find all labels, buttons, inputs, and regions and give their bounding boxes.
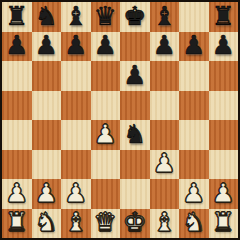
square-b7[interactable]: ♟: [32, 32, 62, 62]
square-f6[interactable]: [150, 61, 180, 91]
square-f3[interactable]: ♟: [150, 150, 180, 180]
square-g7[interactable]: ♟: [179, 32, 209, 62]
square-b2[interactable]: ♟: [32, 179, 62, 209]
chess-board: ♜♞♝♛♚♝♜♟♟♟♟♟♟♟♟♟♞♟♟♟♟♟♟♜♞♝♛♚♝♞♜: [0, 0, 240, 240]
white-knight-b1: ♞: [35, 209, 58, 235]
square-g1[interactable]: ♞: [179, 209, 209, 239]
square-g4[interactable]: [179, 120, 209, 150]
square-d2[interactable]: [91, 179, 121, 209]
square-e7[interactable]: [120, 32, 150, 62]
square-h2[interactable]: ♟: [209, 179, 239, 209]
square-b4[interactable]: [32, 120, 62, 150]
black-rook-h8: ♜: [212, 3, 235, 29]
square-a6[interactable]: [2, 61, 32, 91]
square-g2[interactable]: ♟: [179, 179, 209, 209]
square-g6[interactable]: [179, 61, 209, 91]
black-pawn-g7: ♟: [182, 32, 205, 58]
black-rook-a8: ♜: [5, 3, 28, 29]
black-pawn-d7: ♟: [94, 32, 117, 58]
black-knight-e4: ♞: [123, 121, 146, 147]
square-e8[interactable]: ♚: [120, 2, 150, 32]
square-h8[interactable]: ♜: [209, 2, 239, 32]
black-queen-d8: ♛: [94, 3, 117, 29]
white-pawn-b2: ♟: [35, 180, 58, 206]
black-pawn-f7: ♟: [153, 32, 176, 58]
white-rook-a1: ♜: [5, 209, 28, 235]
square-e1[interactable]: ♚: [120, 209, 150, 239]
square-h1[interactable]: ♜: [209, 209, 239, 239]
square-h5[interactable]: [209, 91, 239, 121]
square-a2[interactable]: ♟: [2, 179, 32, 209]
square-d1[interactable]: ♛: [91, 209, 121, 239]
square-e5[interactable]: [120, 91, 150, 121]
square-h6[interactable]: [209, 61, 239, 91]
black-pawn-e6: ♟: [123, 62, 146, 88]
square-c5[interactable]: [61, 91, 91, 121]
square-d7[interactable]: ♟: [91, 32, 121, 62]
square-g3[interactable]: [179, 150, 209, 180]
square-b6[interactable]: [32, 61, 62, 91]
square-h3[interactable]: [209, 150, 239, 180]
square-b5[interactable]: [32, 91, 62, 121]
black-pawn-h7: ♟: [212, 32, 235, 58]
white-pawn-f3: ♟: [153, 150, 176, 176]
square-h4[interactable]: [209, 120, 239, 150]
white-bishop-c1: ♝: [64, 209, 87, 235]
square-a1[interactable]: ♜: [2, 209, 32, 239]
black-king-e8: ♚: [123, 3, 146, 29]
square-c1[interactable]: ♝: [61, 209, 91, 239]
square-g8[interactable]: [179, 2, 209, 32]
square-c6[interactable]: [61, 61, 91, 91]
square-f8[interactable]: ♝: [150, 2, 180, 32]
square-d5[interactable]: [91, 91, 121, 121]
black-bishop-f8: ♝: [153, 3, 176, 29]
black-knight-b8: ♞: [35, 3, 58, 29]
black-bishop-c8: ♝: [64, 3, 87, 29]
white-pawn-h2: ♟: [212, 180, 235, 206]
square-e6[interactable]: ♟: [120, 61, 150, 91]
square-f4[interactable]: [150, 120, 180, 150]
square-f2[interactable]: [150, 179, 180, 209]
square-b8[interactable]: ♞: [32, 2, 62, 32]
square-d3[interactable]: [91, 150, 121, 180]
square-h7[interactable]: ♟: [209, 32, 239, 62]
black-pawn-b7: ♟: [35, 32, 58, 58]
square-d8[interactable]: ♛: [91, 2, 121, 32]
white-pawn-d4: ♟: [94, 121, 117, 147]
square-g5[interactable]: [179, 91, 209, 121]
white-king-e1: ♚: [123, 209, 146, 235]
square-c2[interactable]: ♟: [61, 179, 91, 209]
square-c8[interactable]: ♝: [61, 2, 91, 32]
square-f5[interactable]: [150, 91, 180, 121]
white-queen-d1: ♛: [94, 209, 117, 235]
square-a3[interactable]: [2, 150, 32, 180]
square-d6[interactable]: [91, 61, 121, 91]
black-pawn-a7: ♟: [5, 32, 28, 58]
white-pawn-g2: ♟: [182, 180, 205, 206]
white-bishop-f1: ♝: [153, 209, 176, 235]
square-a7[interactable]: ♟: [2, 32, 32, 62]
square-a4[interactable]: [2, 120, 32, 150]
square-a5[interactable]: [2, 91, 32, 121]
black-pawn-c7: ♟: [64, 32, 87, 58]
square-f1[interactable]: ♝: [150, 209, 180, 239]
white-knight-g1: ♞: [182, 209, 205, 235]
square-f7[interactable]: ♟: [150, 32, 180, 62]
square-b1[interactable]: ♞: [32, 209, 62, 239]
square-a8[interactable]: ♜: [2, 2, 32, 32]
white-pawn-c2: ♟: [64, 180, 87, 206]
square-c3[interactable]: [61, 150, 91, 180]
square-c7[interactable]: ♟: [61, 32, 91, 62]
white-pawn-a2: ♟: [5, 180, 28, 206]
square-d4[interactable]: ♟: [91, 120, 121, 150]
board-frame: ♜♞♝♛♚♝♜♟♟♟♟♟♟♟♟♟♞♟♟♟♟♟♟♜♞♝♛♚♝♞♜: [0, 0, 240, 240]
square-e3[interactable]: [120, 150, 150, 180]
square-e2[interactable]: [120, 179, 150, 209]
white-rook-h1: ♜: [212, 209, 235, 235]
square-b3[interactable]: [32, 150, 62, 180]
square-c4[interactable]: [61, 120, 91, 150]
square-e4[interactable]: ♞: [120, 120, 150, 150]
